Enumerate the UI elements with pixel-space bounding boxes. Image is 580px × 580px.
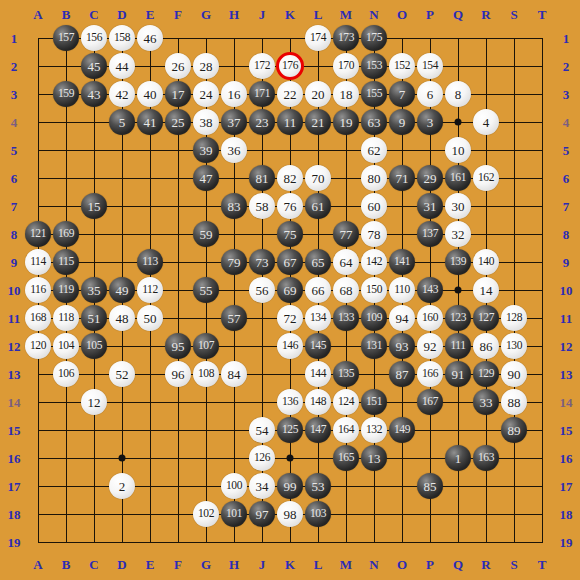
- stone-number: 119: [58, 284, 74, 296]
- stone-F12[interactable]: 95: [165, 333, 191, 359]
- stone-Q11[interactable]: 123: [445, 305, 471, 331]
- stone-L15[interactable]: 147: [305, 417, 331, 443]
- stone-number: 4: [483, 116, 490, 129]
- row-label-right-1: 1: [563, 32, 570, 45]
- stone-N3[interactable]: 155: [361, 81, 387, 107]
- stone-L1[interactable]: 174: [305, 25, 331, 51]
- stone-number: 162: [478, 172, 494, 184]
- stone-number: 70: [312, 172, 325, 185]
- stone-number: 163: [478, 452, 494, 464]
- row-label-right-2: 2: [563, 60, 570, 73]
- stone-number: 56: [256, 284, 269, 297]
- stone-number: 3: [427, 116, 434, 129]
- stone-O9[interactable]: 141: [389, 249, 415, 275]
- stone-K12[interactable]: 146: [277, 333, 303, 359]
- stone-D11[interactable]: 48: [109, 305, 135, 331]
- col-label-top-O: O: [397, 8, 407, 21]
- stone-H18[interactable]: 101: [221, 501, 247, 527]
- stone-P14[interactable]: 167: [417, 389, 443, 415]
- row-label-right-18: 18: [560, 508, 573, 521]
- stone-K7[interactable]: 76: [277, 193, 303, 219]
- col-label-top-N: N: [369, 8, 378, 21]
- stone-N2[interactable]: 153: [361, 53, 387, 79]
- stone-number: 125: [282, 424, 298, 436]
- stone-K2[interactable]: 176: [277, 53, 303, 79]
- stone-E11[interactable]: 50: [137, 305, 163, 331]
- stone-number: 81: [256, 172, 269, 185]
- stone-number: 166: [422, 368, 438, 380]
- stone-M16[interactable]: 165: [333, 445, 359, 471]
- stone-R10[interactable]: 14: [473, 277, 499, 303]
- stone-O15[interactable]: 149: [389, 417, 415, 443]
- stone-N12[interactable]: 131: [361, 333, 387, 359]
- stone-G18[interactable]: 102: [193, 501, 219, 527]
- stone-R11[interactable]: 127: [473, 305, 499, 331]
- stone-B3[interactable]: 159: [53, 81, 79, 107]
- row-label-right-8: 8: [563, 228, 570, 241]
- stone-F3[interactable]: 17: [165, 81, 191, 107]
- stone-N6[interactable]: 80: [361, 165, 387, 191]
- stone-K17[interactable]: 99: [277, 473, 303, 499]
- stone-H11[interactable]: 57: [221, 305, 247, 331]
- stone-number: 13: [368, 452, 381, 465]
- row-label-left-3: 3: [11, 88, 18, 101]
- stone-D10[interactable]: 49: [109, 277, 135, 303]
- stone-number: 98: [284, 508, 297, 521]
- stone-number: 114: [30, 256, 46, 268]
- stone-number: 15: [88, 200, 101, 213]
- row-label-right-15: 15: [560, 424, 573, 437]
- col-label-top-M: M: [340, 8, 352, 21]
- stone-G8[interactable]: 59: [193, 221, 219, 247]
- row-label-right-14: 14: [560, 396, 573, 409]
- stone-number: 12: [88, 396, 101, 409]
- stone-number: 86: [480, 340, 493, 353]
- stone-Q16[interactable]: 1: [445, 445, 471, 471]
- stone-M10[interactable]: 68: [333, 277, 359, 303]
- col-label-top-D: D: [117, 8, 126, 21]
- stone-N15[interactable]: 132: [361, 417, 387, 443]
- stone-number: 38: [200, 116, 213, 129]
- stone-number: 36: [228, 144, 241, 157]
- row-label-left-17: 17: [8, 480, 21, 493]
- stone-A11[interactable]: 168: [25, 305, 51, 331]
- stone-Q5[interactable]: 10: [445, 137, 471, 163]
- stone-O11[interactable]: 94: [389, 305, 415, 331]
- stone-K4[interactable]: 11: [277, 109, 303, 135]
- stone-number: 116: [30, 284, 46, 296]
- col-label-bottom-K: K: [285, 558, 295, 571]
- stone-number: 89: [508, 424, 521, 437]
- col-label-top-H: H: [229, 8, 239, 21]
- col-label-bottom-G: G: [201, 558, 211, 571]
- col-label-top-E: E: [146, 8, 155, 21]
- stone-L3[interactable]: 20: [305, 81, 331, 107]
- stone-number: 164: [338, 424, 354, 436]
- stone-number: 83: [228, 200, 241, 213]
- stone-Q7[interactable]: 30: [445, 193, 471, 219]
- stone-G12[interactable]: 107: [193, 333, 219, 359]
- stone-K15[interactable]: 125: [277, 417, 303, 443]
- col-label-top-F: F: [174, 8, 182, 21]
- stone-number: 146: [282, 340, 298, 352]
- stone-J17[interactable]: 34: [249, 473, 275, 499]
- row-label-right-10: 10: [560, 284, 573, 297]
- stone-D13[interactable]: 52: [109, 361, 135, 387]
- stone-K9[interactable]: 67: [277, 249, 303, 275]
- col-label-top-Q: Q: [453, 8, 463, 21]
- stone-G2[interactable]: 28: [193, 53, 219, 79]
- stone-J16[interactable]: 126: [249, 445, 275, 471]
- stone-N7[interactable]: 60: [361, 193, 387, 219]
- stone-R6[interactable]: 162: [473, 165, 499, 191]
- stone-number: 134: [310, 312, 326, 324]
- stone-C7[interactable]: 15: [81, 193, 107, 219]
- stone-number: 37: [228, 116, 241, 129]
- go-board[interactable]: AABBCCDDEEFFGGHHJJKKLLMMNNOOPPQQRRSSTT11…: [0, 0, 580, 580]
- col-label-top-T: T: [538, 8, 547, 21]
- stone-K6[interactable]: 82: [277, 165, 303, 191]
- stone-Q12[interactable]: 111: [445, 333, 471, 359]
- stone-number: 62: [368, 144, 381, 157]
- stone-P10[interactable]: 143: [417, 277, 443, 303]
- stone-number: 170: [338, 60, 354, 72]
- stone-J18[interactable]: 97: [249, 501, 275, 527]
- stone-number: 96: [172, 368, 185, 381]
- stone-G13[interactable]: 108: [193, 361, 219, 387]
- stone-number: 148: [310, 396, 326, 408]
- stone-A10[interactable]: 116: [25, 277, 51, 303]
- stone-number: 131: [366, 340, 382, 352]
- stone-number: 94: [396, 312, 409, 325]
- stone-F4[interactable]: 25: [165, 109, 191, 135]
- stone-Q9[interactable]: 139: [445, 249, 471, 275]
- stone-O3[interactable]: 7: [389, 81, 415, 107]
- stone-C14[interactable]: 12: [81, 389, 107, 415]
- stone-N16[interactable]: 13: [361, 445, 387, 471]
- stone-K3[interactable]: 22: [277, 81, 303, 107]
- stone-O12[interactable]: 93: [389, 333, 415, 359]
- stone-number: 101: [226, 508, 242, 520]
- stone-H7[interactable]: 83: [221, 193, 247, 219]
- stone-S13[interactable]: 90: [501, 361, 527, 387]
- stone-N8[interactable]: 78: [361, 221, 387, 247]
- stone-B9[interactable]: 115: [53, 249, 79, 275]
- stone-number: 159: [58, 88, 74, 100]
- stone-number: 143: [422, 284, 438, 296]
- stone-number: 28: [200, 60, 213, 73]
- row-label-left-5: 5: [11, 144, 18, 157]
- stone-D2[interactable]: 44: [109, 53, 135, 79]
- stone-K11[interactable]: 72: [277, 305, 303, 331]
- stone-M9[interactable]: 64: [333, 249, 359, 275]
- stone-C1[interactable]: 156: [81, 25, 107, 51]
- stone-L11[interactable]: 134: [305, 305, 331, 331]
- stone-Q6[interactable]: 161: [445, 165, 471, 191]
- stone-L4[interactable]: 21: [305, 109, 331, 135]
- star-point-Q10: [455, 287, 462, 294]
- stone-A12[interactable]: 120: [25, 333, 51, 359]
- stone-number: 113: [142, 256, 158, 268]
- stone-number: 32: [452, 228, 465, 241]
- stone-F2[interactable]: 26: [165, 53, 191, 79]
- stone-number: 140: [478, 256, 494, 268]
- stone-H9[interactable]: 79: [221, 249, 247, 275]
- col-label-top-G: G: [201, 8, 211, 21]
- stone-L12[interactable]: 145: [305, 333, 331, 359]
- stone-E3[interactable]: 40: [137, 81, 163, 107]
- stone-R14[interactable]: 33: [473, 389, 499, 415]
- stone-O6[interactable]: 71: [389, 165, 415, 191]
- row-label-left-10: 10: [8, 284, 21, 297]
- stone-E1[interactable]: 46: [137, 25, 163, 51]
- stone-N4[interactable]: 63: [361, 109, 387, 135]
- stone-E9[interactable]: 113: [137, 249, 163, 275]
- stone-G10[interactable]: 55: [193, 277, 219, 303]
- stone-number: 60: [368, 200, 381, 213]
- stone-A9[interactable]: 114: [25, 249, 51, 275]
- stone-number: 33: [480, 396, 493, 409]
- stone-L18[interactable]: 103: [305, 501, 331, 527]
- stone-P13[interactable]: 166: [417, 361, 443, 387]
- stone-M11[interactable]: 133: [333, 305, 359, 331]
- stone-number: 55: [200, 284, 213, 297]
- stone-O2[interactable]: 152: [389, 53, 415, 79]
- stone-R13[interactable]: 129: [473, 361, 499, 387]
- stone-M2[interactable]: 170: [333, 53, 359, 79]
- stone-R12[interactable]: 86: [473, 333, 499, 359]
- stone-P3[interactable]: 6: [417, 81, 443, 107]
- stone-number: 88: [508, 396, 521, 409]
- row-label-left-6: 6: [11, 172, 18, 185]
- stone-P2[interactable]: 154: [417, 53, 443, 79]
- stone-N5[interactable]: 62: [361, 137, 387, 163]
- stone-B8[interactable]: 169: [53, 221, 79, 247]
- col-label-bottom-T: T: [538, 558, 547, 571]
- col-label-top-C: C: [89, 8, 98, 21]
- stone-S11[interactable]: 128: [501, 305, 527, 331]
- stone-L17[interactable]: 53: [305, 473, 331, 499]
- stone-P6[interactable]: 29: [417, 165, 443, 191]
- stone-O4[interactable]: 9: [389, 109, 415, 135]
- stone-H3[interactable]: 16: [221, 81, 247, 107]
- stone-number: 63: [368, 116, 381, 129]
- stone-Q13[interactable]: 91: [445, 361, 471, 387]
- stone-number: 112: [142, 284, 158, 296]
- stone-M15[interactable]: 164: [333, 417, 359, 443]
- stone-number: 10: [452, 144, 465, 157]
- stone-J7[interactable]: 58: [249, 193, 275, 219]
- stone-H17[interactable]: 100: [221, 473, 247, 499]
- stone-number: 61: [312, 200, 325, 213]
- stone-D3[interactable]: 42: [109, 81, 135, 107]
- stone-M8[interactable]: 77: [333, 221, 359, 247]
- stone-O10[interactable]: 110: [389, 277, 415, 303]
- stone-number: 26: [172, 60, 185, 73]
- stone-O13[interactable]: 87: [389, 361, 415, 387]
- stone-number: 154: [422, 60, 438, 72]
- row-label-right-19: 19: [560, 536, 573, 549]
- stone-number: 102: [198, 508, 214, 520]
- stone-N11[interactable]: 109: [361, 305, 387, 331]
- stone-number: 130: [506, 340, 522, 352]
- stone-number: 110: [394, 284, 410, 296]
- stone-N1[interactable]: 175: [361, 25, 387, 51]
- row-label-right-5: 5: [563, 144, 570, 157]
- stone-D4[interactable]: 5: [109, 109, 135, 135]
- stone-B11[interactable]: 118: [53, 305, 79, 331]
- stone-C11[interactable]: 51: [81, 305, 107, 331]
- stone-J4[interactable]: 23: [249, 109, 275, 135]
- stone-number: 142: [366, 256, 382, 268]
- row-label-left-1: 1: [11, 32, 18, 45]
- stone-number: 71: [396, 172, 409, 185]
- row-label-left-14: 14: [8, 396, 21, 409]
- stone-H5[interactable]: 36: [221, 137, 247, 163]
- stone-J9[interactable]: 73: [249, 249, 275, 275]
- row-label-right-6: 6: [563, 172, 570, 185]
- stone-number: 31: [424, 200, 437, 213]
- row-label-right-16: 16: [560, 452, 573, 465]
- stone-C2[interactable]: 45: [81, 53, 107, 79]
- stone-number: 157: [58, 32, 74, 44]
- stone-R9[interactable]: 140: [473, 249, 499, 275]
- stone-P12[interactable]: 92: [417, 333, 443, 359]
- row-label-left-8: 8: [11, 228, 18, 241]
- stone-number: 79: [228, 256, 241, 269]
- stone-number: 106: [58, 368, 74, 380]
- stone-L9[interactable]: 65: [305, 249, 331, 275]
- stone-G4[interactable]: 38: [193, 109, 219, 135]
- stone-C3[interactable]: 43: [81, 81, 107, 107]
- stone-P11[interactable]: 160: [417, 305, 443, 331]
- stone-J6[interactable]: 81: [249, 165, 275, 191]
- stone-number: 7: [399, 88, 406, 101]
- stone-S15[interactable]: 89: [501, 417, 527, 443]
- stone-number: 14: [480, 284, 493, 297]
- stone-L7[interactable]: 61: [305, 193, 331, 219]
- stone-K8[interactable]: 75: [277, 221, 303, 247]
- stone-M1[interactable]: 173: [333, 25, 359, 51]
- stone-number: 44: [116, 60, 129, 73]
- stone-number: 118: [58, 312, 74, 324]
- stone-K18[interactable]: 98: [277, 501, 303, 527]
- stone-R4[interactable]: 4: [473, 109, 499, 135]
- row-label-right-7: 7: [563, 200, 570, 213]
- stone-L6[interactable]: 70: [305, 165, 331, 191]
- stone-P4[interactable]: 3: [417, 109, 443, 135]
- stone-number: 103: [310, 508, 326, 520]
- col-label-top-B: B: [62, 8, 71, 21]
- stone-L10[interactable]: 66: [305, 277, 331, 303]
- stone-P17[interactable]: 85: [417, 473, 443, 499]
- stone-number: 105: [86, 340, 102, 352]
- stone-B10[interactable]: 119: [53, 277, 79, 303]
- stone-J2[interactable]: 172: [249, 53, 275, 79]
- stone-number: 68: [340, 284, 353, 297]
- stone-number: 5: [119, 116, 126, 129]
- stone-M13[interactable]: 135: [333, 361, 359, 387]
- stone-number: 173: [338, 32, 354, 44]
- col-label-top-K: K: [285, 8, 295, 21]
- stone-number: 66: [312, 284, 325, 297]
- col-label-bottom-B: B: [62, 558, 71, 571]
- stone-F13[interactable]: 96: [165, 361, 191, 387]
- star-point-Q4: [455, 119, 462, 126]
- stone-B1[interactable]: 157: [53, 25, 79, 51]
- stone-A8[interactable]: 121: [25, 221, 51, 247]
- stone-D1[interactable]: 158: [109, 25, 135, 51]
- stone-L13[interactable]: 144: [305, 361, 331, 387]
- stone-number: 121: [30, 228, 46, 240]
- stone-number: 124: [338, 396, 354, 408]
- stone-P7[interactable]: 31: [417, 193, 443, 219]
- stone-M14[interactable]: 124: [333, 389, 359, 415]
- stone-N10[interactable]: 150: [361, 277, 387, 303]
- stone-R16[interactable]: 163: [473, 445, 499, 471]
- row-label-left-2: 2: [11, 60, 18, 73]
- stone-S12[interactable]: 130: [501, 333, 527, 359]
- col-label-top-A: A: [33, 8, 42, 21]
- stone-G6[interactable]: 47: [193, 165, 219, 191]
- col-label-bottom-P: P: [426, 558, 434, 571]
- stone-E10[interactable]: 112: [137, 277, 163, 303]
- stone-H4[interactable]: 37: [221, 109, 247, 135]
- col-label-bottom-C: C: [89, 558, 98, 571]
- stone-number: 69: [284, 284, 297, 297]
- stone-S14[interactable]: 88: [501, 389, 527, 415]
- stone-K10[interactable]: 69: [277, 277, 303, 303]
- stone-M3[interactable]: 18: [333, 81, 359, 107]
- stone-number: 73: [256, 256, 269, 269]
- stone-N9[interactable]: 142: [361, 249, 387, 275]
- stone-number: 82: [284, 172, 297, 185]
- stone-number: 120: [30, 340, 46, 352]
- stone-M4[interactable]: 19: [333, 109, 359, 135]
- stone-H13[interactable]: 84: [221, 361, 247, 387]
- stone-N14[interactable]: 151: [361, 389, 387, 415]
- stone-C12[interactable]: 105: [81, 333, 107, 359]
- row-label-left-9: 9: [11, 256, 18, 269]
- stone-B12[interactable]: 104: [53, 333, 79, 359]
- stone-number: 87: [396, 368, 409, 381]
- stone-number: 155: [366, 88, 382, 100]
- stone-number: 104: [58, 340, 74, 352]
- stone-P8[interactable]: 137: [417, 221, 443, 247]
- stone-G3[interactable]: 24: [193, 81, 219, 107]
- stone-J15[interactable]: 54: [249, 417, 275, 443]
- stone-E4[interactable]: 41: [137, 109, 163, 135]
- col-label-bottom-M: M: [340, 558, 352, 571]
- stone-L14[interactable]: 148: [305, 389, 331, 415]
- stone-G5[interactable]: 39: [193, 137, 219, 163]
- stone-K14[interactable]: 136: [277, 389, 303, 415]
- stone-number: 64: [340, 256, 353, 269]
- stone-number: 91: [452, 368, 465, 381]
- stone-J3[interactable]: 171: [249, 81, 275, 107]
- star-point-K16: [287, 455, 294, 462]
- row-label-left-15: 15: [8, 424, 21, 437]
- stone-J10[interactable]: 56: [249, 277, 275, 303]
- stone-number: 76: [284, 200, 297, 213]
- stone-D17[interactable]: 2: [109, 473, 135, 499]
- stone-number: 133: [338, 312, 354, 324]
- row-label-right-11: 11: [560, 312, 572, 325]
- stone-B13[interactable]: 106: [53, 361, 79, 387]
- stone-Q8[interactable]: 32: [445, 221, 471, 247]
- stone-C10[interactable]: 35: [81, 277, 107, 303]
- stone-Q3[interactable]: 8: [445, 81, 471, 107]
